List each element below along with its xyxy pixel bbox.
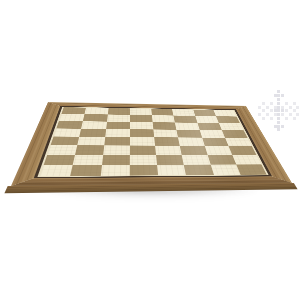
watermark-pixel bbox=[296, 128, 299, 131]
watermark-pixel bbox=[293, 102, 296, 105]
watermark-pixel bbox=[258, 94, 261, 97]
watermark-pixel bbox=[277, 128, 280, 131]
watermark-pixel bbox=[293, 90, 296, 93]
watermark-pixel bbox=[270, 128, 273, 131]
watermark-pixel bbox=[270, 109, 273, 112]
watermark-pixel bbox=[285, 117, 288, 120]
watermark-pixel bbox=[281, 90, 284, 93]
watermark-pixel bbox=[285, 94, 288, 97]
watermark-pixel bbox=[293, 106, 296, 109]
watermark-pixel bbox=[270, 94, 273, 97]
board-square bbox=[154, 137, 180, 146]
watermark-pixel bbox=[266, 94, 269, 97]
board-square bbox=[102, 155, 130, 165]
watermark-pixel bbox=[293, 128, 296, 131]
watermark-pixel bbox=[285, 102, 288, 105]
watermark-pixel bbox=[270, 98, 273, 101]
watermark-pixel bbox=[262, 98, 265, 101]
board-square bbox=[236, 164, 267, 174]
board-square bbox=[153, 129, 178, 137]
board-square bbox=[178, 137, 204, 145]
board-square bbox=[182, 155, 210, 165]
watermark-pixel bbox=[296, 121, 299, 124]
board-square bbox=[155, 146, 182, 155]
watermark-pixel bbox=[277, 98, 280, 101]
watermark-pixel bbox=[262, 90, 265, 93]
watermark-pixel bbox=[258, 98, 261, 101]
watermark-pixel bbox=[285, 109, 288, 112]
board-square bbox=[130, 146, 156, 155]
watermark-pixel bbox=[274, 98, 277, 101]
watermark-pixel bbox=[270, 121, 273, 124]
watermark-pixel bbox=[285, 90, 288, 93]
watermark-pixel bbox=[274, 94, 277, 97]
watermark-pixel bbox=[293, 121, 296, 124]
watermark-pixel bbox=[289, 102, 292, 105]
watermark-pixel bbox=[274, 90, 277, 93]
watermark-pixel bbox=[277, 106, 280, 109]
watermark-pixel bbox=[285, 113, 288, 116]
watermark-pixel bbox=[277, 117, 280, 120]
watermark-pixel bbox=[277, 113, 280, 116]
board-square bbox=[75, 145, 104, 154]
watermark-pixel bbox=[266, 109, 269, 112]
board-square bbox=[232, 155, 261, 165]
board-square bbox=[54, 128, 82, 136]
board-trim-light bbox=[37, 107, 268, 177]
watermark-pixel bbox=[274, 113, 277, 116]
watermark-pixel bbox=[274, 125, 277, 128]
watermark-pixel bbox=[289, 121, 292, 124]
watermark-pixel bbox=[289, 125, 292, 128]
watermark-pixel bbox=[258, 109, 261, 112]
watermark-pixel bbox=[285, 106, 288, 109]
watermark-pixel bbox=[274, 109, 277, 112]
watermark-pixel bbox=[281, 106, 284, 109]
watermark-pixel bbox=[262, 125, 265, 128]
watermark-pixel bbox=[277, 121, 280, 124]
board-square bbox=[73, 155, 103, 165]
watermark-pixel bbox=[285, 128, 288, 131]
board-square bbox=[100, 165, 129, 176]
watermark-pixel bbox=[258, 102, 261, 105]
watermark-pixel bbox=[266, 117, 269, 120]
watermark-pixel bbox=[289, 94, 292, 97]
watermark-pixel bbox=[270, 125, 273, 128]
watermark-pixel bbox=[277, 94, 280, 97]
watermark-pixel bbox=[289, 128, 292, 131]
watermark-pixel bbox=[262, 109, 265, 112]
board-square bbox=[228, 146, 256, 155]
watermark-pixel bbox=[277, 102, 280, 105]
board-square bbox=[44, 155, 76, 165]
watermark-pixel bbox=[281, 125, 284, 128]
product-photo bbox=[0, 0, 300, 300]
watermark-pixel bbox=[289, 109, 292, 112]
watermark-pixel bbox=[281, 98, 284, 101]
watermark-pixel bbox=[262, 94, 265, 97]
watermark-pixel bbox=[293, 125, 296, 128]
watermark-pixel bbox=[289, 90, 292, 93]
watermark-pixel bbox=[289, 106, 292, 109]
watermark-pixel bbox=[258, 90, 261, 93]
watermark-pixel bbox=[270, 117, 273, 120]
watermark-pixel bbox=[270, 106, 273, 109]
watermark-pixel bbox=[296, 117, 299, 120]
board-square bbox=[202, 138, 229, 146]
board-square bbox=[103, 145, 130, 154]
watermark-pixel bbox=[281, 117, 284, 120]
watermark-pixel bbox=[281, 121, 284, 124]
watermark-pixel bbox=[274, 121, 277, 124]
watermark-pixel bbox=[293, 117, 296, 120]
watermark-pixel bbox=[289, 117, 292, 120]
board-square bbox=[225, 138, 252, 146]
watermark-pixel bbox=[270, 102, 273, 105]
watermark-pixel bbox=[266, 102, 269, 105]
board-square bbox=[180, 146, 207, 155]
watermark-pixel bbox=[296, 109, 299, 112]
board-square bbox=[79, 129, 105, 137]
board-square bbox=[130, 155, 157, 165]
board-square bbox=[130, 129, 154, 137]
watermark-pixel bbox=[274, 106, 277, 109]
watermark-pixel bbox=[277, 109, 280, 112]
watermark-pixel bbox=[270, 90, 273, 93]
watermark-pixel bbox=[285, 98, 288, 101]
board-square bbox=[77, 137, 104, 146]
watermark-pixel bbox=[296, 90, 299, 93]
watermark-pixel bbox=[266, 113, 269, 116]
watermark-pixel bbox=[285, 121, 288, 124]
watermark-pixel bbox=[296, 125, 299, 128]
watermark-pixel bbox=[262, 113, 265, 116]
watermark-pixel bbox=[289, 113, 292, 116]
board-square bbox=[105, 129, 130, 137]
watermark-pixel bbox=[266, 90, 269, 93]
watermark-pixel bbox=[296, 106, 299, 109]
watermark-pixel bbox=[296, 102, 299, 105]
chess-board bbox=[11, 102, 292, 186]
watermark-pixel bbox=[262, 106, 265, 109]
watermark-pixel bbox=[274, 128, 277, 131]
watermark-pixel bbox=[258, 121, 261, 124]
watermark-pixel bbox=[262, 102, 265, 105]
watermark-pixel bbox=[262, 117, 265, 120]
watermark-pixel bbox=[293, 98, 296, 101]
watermark-pixel bbox=[258, 117, 261, 120]
watermark-pixel bbox=[285, 125, 288, 128]
watermark-pixel bbox=[258, 113, 261, 116]
watermark-pixel bbox=[281, 113, 284, 116]
watermark-pixel bbox=[281, 102, 284, 105]
board-square bbox=[177, 130, 202, 138]
board-square bbox=[130, 165, 159, 176]
watermark-pixel bbox=[262, 121, 265, 124]
watermark-pixel bbox=[277, 125, 280, 128]
board-trim-dark bbox=[34, 106, 272, 178]
board-square bbox=[40, 165, 73, 176]
watermark-pixel bbox=[296, 113, 299, 116]
store-watermark-logo bbox=[258, 90, 300, 132]
watermark-pixel bbox=[266, 128, 269, 131]
board-square bbox=[222, 130, 248, 138]
board-square bbox=[130, 137, 155, 146]
watermark-pixel bbox=[289, 98, 292, 101]
watermark-pixel bbox=[262, 128, 265, 131]
watermark-pixel bbox=[274, 117, 277, 120]
board-square bbox=[104, 137, 130, 146]
watermark-pixel bbox=[258, 106, 261, 109]
watermark-pixel bbox=[296, 98, 299, 101]
watermark-pixel bbox=[277, 90, 280, 93]
watermark-pixel bbox=[281, 109, 284, 112]
watermark-pixel bbox=[293, 109, 296, 112]
board-square bbox=[184, 164, 214, 175]
watermark-pixel bbox=[266, 121, 269, 124]
watermark-pixel bbox=[281, 128, 284, 131]
watermark-pixel bbox=[296, 94, 299, 97]
watermark-pixel bbox=[266, 106, 269, 109]
watermark-pixel bbox=[274, 102, 277, 105]
board-square bbox=[51, 137, 80, 146]
watermark-pixel bbox=[270, 113, 273, 116]
watermark-pixel bbox=[266, 98, 269, 101]
watermark-pixel bbox=[281, 94, 284, 97]
watermark-pixel bbox=[293, 113, 296, 116]
board-square bbox=[199, 130, 225, 138]
board-squares bbox=[40, 107, 267, 176]
board-square bbox=[157, 165, 186, 176]
board-square bbox=[47, 145, 77, 154]
watermark-pixel bbox=[293, 94, 296, 97]
board-square bbox=[156, 155, 184, 165]
watermark-pixel bbox=[266, 125, 269, 128]
board-square bbox=[70, 165, 101, 176]
